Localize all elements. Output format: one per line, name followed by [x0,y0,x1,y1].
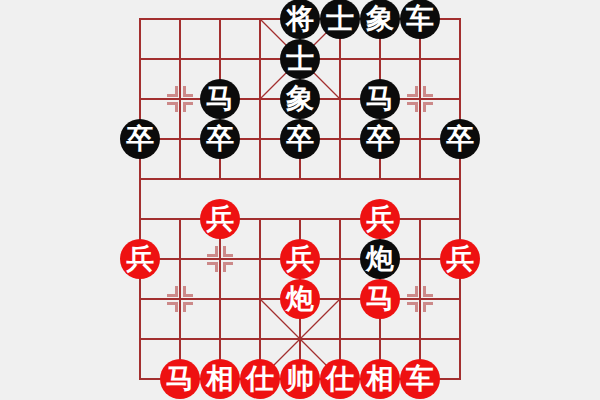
piece-red-general[interactable]: 帅 [280,359,320,399]
piece-black-advisor[interactable]: 士 [280,39,320,79]
piece-red-advisor[interactable]: 仕 [320,359,360,399]
piece-black-advisor[interactable]: 士 [320,0,360,39]
piece-black-horse[interactable]: 马 [360,79,400,119]
point-marker [424,103,433,112]
piece-red-elephant[interactable]: 相 [200,359,240,399]
point-marker [407,86,416,95]
point-marker [184,86,193,95]
point-marker [224,246,233,255]
piece-black-horse[interactable]: 马 [200,79,240,119]
piece-red-chariot[interactable]: 车 [400,359,440,399]
piece-black-soldier[interactable]: 卒 [120,119,160,159]
point-marker [407,103,416,112]
piece-black-soldier[interactable]: 卒 [280,119,320,159]
piece-red-horse[interactable]: 马 [360,279,400,319]
piece-red-soldier[interactable]: 兵 [120,239,160,279]
point-marker [407,303,416,312]
piece-red-soldier[interactable]: 兵 [440,239,480,279]
piece-red-elephant[interactable]: 相 [360,359,400,399]
piece-black-elephant[interactable]: 象 [360,0,400,39]
point-marker [167,103,176,112]
point-marker [407,286,416,295]
piece-black-soldier[interactable]: 卒 [360,119,400,159]
piece-red-soldier[interactable]: 兵 [280,239,320,279]
piece-black-general[interactable]: 将 [280,0,320,39]
piece-red-horse[interactable]: 马 [160,359,200,399]
point-marker [184,103,193,112]
point-marker [167,303,176,312]
piece-red-soldier[interactable]: 兵 [200,199,240,239]
point-marker [424,86,433,95]
point-marker [167,286,176,295]
point-marker [207,246,216,255]
piece-black-soldier[interactable]: 卒 [200,119,240,159]
piece-black-elephant[interactable]: 象 [280,79,320,119]
piece-black-soldier[interactable]: 卒 [440,119,480,159]
xiangqi-app-background: 将士象车士马象马卒卒卒卒卒炮兵兵兵兵兵炮马马相仕帅仕相车 [0,0,600,400]
point-marker [424,303,433,312]
piece-red-advisor[interactable]: 仕 [240,359,280,399]
point-marker [224,263,233,272]
point-marker [167,86,176,95]
point-marker [184,303,193,312]
point-marker [424,286,433,295]
piece-red-soldier[interactable]: 兵 [360,199,400,239]
piece-black-cannon[interactable]: 炮 [360,239,400,279]
point-marker [184,286,193,295]
piece-red-cannon[interactable]: 炮 [280,279,320,319]
point-marker [207,263,216,272]
piece-black-chariot[interactable]: 车 [400,0,440,39]
